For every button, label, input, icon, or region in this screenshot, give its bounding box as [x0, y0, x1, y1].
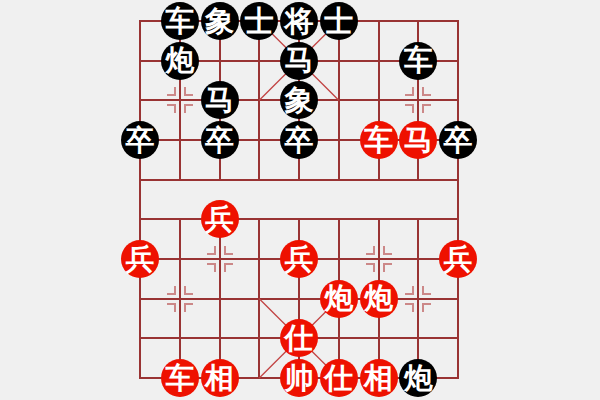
piece-black-rook[interactable]: 车 — [399, 42, 437, 80]
piece-black-advisor[interactable]: 士 — [240, 2, 278, 40]
piece-black-horse[interactable]: 马 — [280, 42, 318, 80]
piece-black-cannon[interactable]: 炮 — [399, 359, 437, 397]
piece-red-advisor[interactable]: 仕 — [280, 319, 318, 357]
piece-black-soldier[interactable]: 卒 — [280, 121, 318, 159]
piece-black-horse[interactable]: 马 — [201, 81, 239, 119]
piece-red-soldier[interactable]: 兵 — [280, 240, 318, 278]
piece-red-horse[interactable]: 马 — [399, 121, 437, 159]
piece-red-rook[interactable]: 车 — [360, 121, 398, 159]
piece-red-soldier[interactable]: 兵 — [121, 240, 159, 278]
piece-red-elephant[interactable]: 相 — [360, 359, 398, 397]
piece-black-general[interactable]: 将 — [280, 2, 318, 40]
pieces-layer: 车象士将士炮马车马象卒卒卒车马卒兵兵兵兵炮炮仕车相帅仕相炮 — [0, 0, 600, 400]
piece-red-rook[interactable]: 车 — [161, 359, 199, 397]
piece-black-elephant[interactable]: 象 — [201, 2, 239, 40]
piece-black-cannon[interactable]: 炮 — [161, 42, 199, 80]
piece-red-elephant[interactable]: 相 — [201, 359, 239, 397]
piece-black-rook[interactable]: 车 — [161, 2, 199, 40]
piece-black-soldier[interactable]: 卒 — [439, 121, 477, 159]
piece-black-elephant[interactable]: 象 — [280, 81, 318, 119]
xiangqi-board: 车象士将士炮马车马象卒卒卒车马卒兵兵兵兵炮炮仕车相帅仕相炮 — [0, 0, 600, 400]
piece-red-cannon[interactable]: 炮 — [360, 280, 398, 318]
piece-red-soldier[interactable]: 兵 — [439, 240, 477, 278]
piece-red-cannon[interactable]: 炮 — [320, 280, 358, 318]
piece-black-soldier[interactable]: 卒 — [201, 121, 239, 159]
piece-red-soldier[interactable]: 兵 — [201, 200, 239, 238]
piece-black-soldier[interactable]: 卒 — [121, 121, 159, 159]
piece-black-advisor[interactable]: 士 — [320, 2, 358, 40]
piece-red-general[interactable]: 帅 — [280, 359, 318, 397]
piece-red-advisor[interactable]: 仕 — [320, 359, 358, 397]
